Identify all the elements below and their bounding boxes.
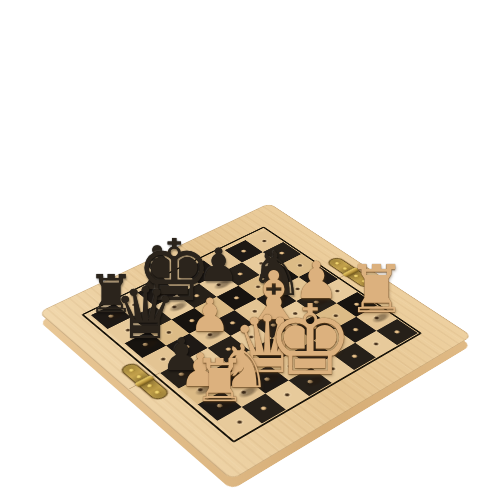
- peg-hole: [240, 249, 247, 253]
- peg-hole: [198, 270, 205, 274]
- peg-hole: [279, 251, 286, 255]
- peg-hole: [393, 330, 400, 334]
- board-square-d1: [289, 368, 332, 397]
- peg-hole: [334, 289, 341, 293]
- peg-hole: [188, 318, 195, 322]
- peg-hole: [124, 328, 131, 332]
- peg-hole: [178, 372, 185, 377]
- peg-hole: [353, 302, 360, 306]
- board-square-f1: [333, 343, 375, 370]
- board-square-c1: [265, 380, 309, 409]
- board-square-a1: [217, 407, 262, 438]
- peg-hole: [142, 342, 149, 347]
- peg-hole: [233, 296, 240, 300]
- peg-hole: [267, 349, 274, 354]
- peg-hole: [219, 259, 226, 263]
- peg-hole: [297, 263, 304, 267]
- board-square-g1: [355, 331, 397, 358]
- peg-hole: [306, 379, 313, 384]
- piece-shadow: [301, 373, 327, 389]
- peg-hole: [332, 314, 339, 318]
- board-square-c3: [226, 350, 268, 378]
- peg-hole: [216, 403, 224, 408]
- hinge-screw: [128, 368, 135, 373]
- peg-hole: [255, 285, 262, 289]
- piece-shadow: [258, 371, 284, 387]
- peg-hole: [276, 274, 283, 278]
- hinge-screw: [353, 274, 360, 278]
- peg-hole: [148, 316, 155, 320]
- peg-hole: [244, 362, 251, 367]
- peg-hole: [240, 390, 247, 395]
- peg-hole: [225, 347, 232, 352]
- board-square-f2: [313, 329, 355, 356]
- piece-shadow: [234, 384, 260, 401]
- peg-hole: [372, 342, 379, 347]
- peg-hole: [211, 307, 218, 311]
- piece-shadow: [191, 381, 217, 398]
- peg-hole: [309, 352, 316, 357]
- peg-hole: [351, 354, 358, 359]
- peg-hole: [286, 364, 293, 369]
- piece-shadow: [172, 366, 198, 382]
- board-square-d3: [249, 338, 291, 365]
- board-square-e3: [272, 326, 314, 352]
- board-square-e1: [311, 355, 354, 383]
- hinge-screw: [334, 261, 341, 265]
- hinge-knuckle: [134, 375, 155, 387]
- board-square-a4: [160, 360, 203, 388]
- board-square-c2: [246, 365, 289, 393]
- piece-shadow: [136, 337, 161, 352]
- board-square-c5: [189, 322, 230, 348]
- peg-hole: [315, 276, 322, 280]
- hinge-screw: [146, 383, 153, 388]
- board-square-d4: [231, 324, 272, 350]
- peg-hole: [329, 366, 336, 371]
- peg-hole: [160, 357, 167, 362]
- peg-hole: [261, 239, 268, 243]
- peg-hole: [176, 281, 183, 285]
- board-square-d2: [269, 353, 312, 381]
- peg-hole: [193, 294, 200, 298]
- piece-shadow: [201, 327, 226, 342]
- peg-hole: [131, 303, 138, 307]
- board-square-a3: [179, 375, 222, 404]
- board-square-a5: [142, 346, 184, 373]
- board-square-c4: [208, 336, 250, 363]
- peg-hole: [331, 339, 338, 344]
- peg-hole: [183, 344, 190, 349]
- peg-hole: [263, 377, 270, 382]
- peg-hole: [251, 309, 258, 313]
- peg-hole: [202, 359, 209, 364]
- board-square-e2: [291, 340, 333, 367]
- peg-hole: [221, 374, 228, 379]
- hinge-screw: [361, 279, 368, 283]
- board-square-b3: [203, 363, 246, 391]
- peg-hole: [236, 419, 244, 424]
- board-square-a2: [198, 391, 242, 421]
- peg-hole: [260, 406, 268, 411]
- hinge-screw: [136, 374, 143, 379]
- chess-board-3d: [38, 203, 472, 480]
- peg-hole: [311, 325, 318, 329]
- hinge-screw: [154, 390, 161, 395]
- peg-hole: [229, 321, 236, 325]
- board-square-b5: [166, 334, 208, 361]
- peg-hole: [258, 261, 265, 265]
- peg-hole: [289, 337, 296, 342]
- peg-hole: [294, 287, 301, 291]
- peg-hole: [206, 332, 213, 337]
- peg-hole: [292, 311, 299, 315]
- board-top-face: [38, 203, 472, 480]
- product-photo: ♜♝♚♟♛♞♟♟♝♟♟♜♞♛♜♚: [0, 0, 500, 500]
- peg-hole: [165, 330, 172, 334]
- peg-hole: [237, 272, 244, 276]
- piece-shadow: [210, 397, 237, 414]
- board-square-a6: [125, 331, 166, 358]
- peg-hole: [283, 392, 291, 397]
- board-square-b1: [242, 394, 286, 424]
- photo-scene: [0, 0, 500, 500]
- peg-hole: [352, 327, 359, 331]
- board-square-b2: [222, 378, 265, 407]
- board-square-b4: [184, 348, 226, 376]
- peg-hole: [248, 335, 255, 340]
- peg-hole: [197, 387, 204, 392]
